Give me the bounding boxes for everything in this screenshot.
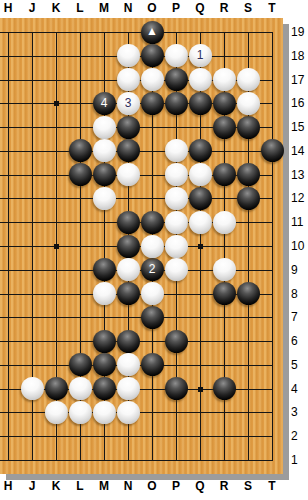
black-stone <box>93 258 116 281</box>
grid-horizontal-line <box>0 436 273 437</box>
column-label: T <box>268 0 275 16</box>
row-label: 12 <box>291 190 304 206</box>
white-stone <box>69 377 92 400</box>
row-label: 10 <box>291 238 304 254</box>
move-number-label: 1 <box>197 44 204 67</box>
black-stone <box>237 163 260 186</box>
black-stone <box>237 282 260 305</box>
black-stone <box>141 211 164 234</box>
white-stone <box>141 282 164 305</box>
white-stone: 3 <box>117 92 140 115</box>
column-label: K <box>52 0 61 16</box>
row-label: 14 <box>291 143 304 159</box>
row-label: 15 <box>291 119 304 135</box>
column-label: O <box>147 478 156 494</box>
black-stone <box>117 116 140 139</box>
black-stone <box>189 139 212 162</box>
row-label: 13 <box>291 167 304 183</box>
white-stone <box>189 211 212 234</box>
column-label: H <box>4 478 13 494</box>
row-label: 5 <box>291 357 298 373</box>
black-stone <box>141 92 164 115</box>
white-stone <box>117 258 140 281</box>
white-stone <box>165 187 188 210</box>
white-stone <box>237 68 260 91</box>
white-stone <box>117 353 140 376</box>
black-stone <box>237 116 260 139</box>
white-stone <box>21 377 44 400</box>
black-stone <box>261 139 284 162</box>
column-label: R <box>220 0 229 16</box>
black-stone <box>117 211 140 234</box>
white-stone <box>93 187 116 210</box>
black-stone <box>213 377 236 400</box>
star-point <box>54 101 59 106</box>
black-stone <box>117 139 140 162</box>
row-label: 2 <box>291 428 298 444</box>
white-stone <box>117 68 140 91</box>
column-label: H <box>4 0 13 16</box>
white-stone <box>213 258 236 281</box>
row-label: 16 <box>291 95 304 111</box>
black-stone: 4 <box>93 92 116 115</box>
column-label: L <box>76 478 83 494</box>
column-label: P <box>172 478 180 494</box>
black-stone <box>93 330 116 353</box>
white-stone <box>117 44 140 67</box>
white-stone <box>69 401 92 424</box>
white-stone <box>165 258 188 281</box>
white-stone <box>141 235 164 258</box>
white-stone <box>213 211 236 234</box>
white-stone <box>93 139 116 162</box>
row-label: 4 <box>291 381 298 397</box>
column-label: R <box>220 478 229 494</box>
column-label: S <box>244 478 252 494</box>
column-label: L <box>76 0 83 16</box>
black-stone <box>165 92 188 115</box>
grid-horizontal-line <box>0 460 273 461</box>
column-label: J <box>29 478 36 494</box>
black-stone <box>69 139 92 162</box>
white-stone <box>93 401 116 424</box>
black-stone <box>213 116 236 139</box>
white-stone <box>165 235 188 258</box>
white-stone <box>93 116 116 139</box>
white-stone <box>165 44 188 67</box>
row-label: 9 <box>291 262 298 278</box>
row-label: 11 <box>291 214 303 230</box>
white-stone <box>117 377 140 400</box>
black-stone <box>189 187 212 210</box>
row-label: 18 <box>291 48 304 64</box>
column-label: M <box>99 478 109 494</box>
black-stone <box>213 92 236 115</box>
black-stone <box>189 92 212 115</box>
column-label: O <box>147 0 156 16</box>
white-stone <box>117 401 140 424</box>
column-label: Q <box>195 0 204 16</box>
black-stone <box>141 306 164 329</box>
white-stone <box>165 139 188 162</box>
black-stone <box>237 187 260 210</box>
column-label: J <box>29 0 36 16</box>
column-label: K <box>52 478 61 494</box>
white-stone <box>189 68 212 91</box>
row-label: 8 <box>291 286 298 302</box>
black-stone: 2 <box>141 258 164 281</box>
star-point <box>54 244 59 249</box>
white-stone <box>45 401 68 424</box>
black-stone <box>117 330 140 353</box>
black-stone <box>213 163 236 186</box>
column-label: N <box>124 0 133 16</box>
black-stone <box>69 163 92 186</box>
white-stone <box>117 163 140 186</box>
black-stone <box>45 377 68 400</box>
column-label: Q <box>195 478 204 494</box>
star-point <box>198 244 203 249</box>
black-stone <box>165 68 188 91</box>
row-label: 3 <box>291 404 298 420</box>
black-stone <box>93 377 116 400</box>
black-stone <box>117 235 140 258</box>
row-label: 17 <box>291 72 304 88</box>
black-stone <box>117 282 140 305</box>
black-stone <box>141 353 164 376</box>
column-label: N <box>124 478 133 494</box>
black-stone <box>165 330 188 353</box>
row-label: 19 <box>291 24 304 40</box>
black-stone <box>141 44 164 67</box>
grid-horizontal-line <box>0 317 273 318</box>
white-stone: 1 <box>189 44 212 67</box>
white-stone <box>165 211 188 234</box>
black-stone <box>93 353 116 376</box>
white-stone <box>189 163 212 186</box>
black-stone <box>165 377 188 400</box>
column-label: S <box>244 0 252 16</box>
star-point <box>198 387 203 392</box>
go-board[interactable]: ▲4213 <box>0 18 283 474</box>
white-stone <box>237 92 260 115</box>
move-number-label: 2 <box>149 258 156 281</box>
black-stone <box>93 163 116 186</box>
white-stone <box>213 68 236 91</box>
white-stone <box>93 282 116 305</box>
white-stone <box>141 68 164 91</box>
black-stone <box>213 282 236 305</box>
column-label: T <box>268 478 275 494</box>
row-label: 7 <box>291 309 298 325</box>
row-label: 1 <box>291 452 298 468</box>
white-stone <box>165 163 188 186</box>
move-number-label: 4 <box>101 92 108 115</box>
row-label: 6 <box>291 333 298 349</box>
grid-horizontal-line <box>0 32 273 33</box>
move-number-label: 3 <box>125 92 132 115</box>
column-label: M <box>99 0 109 16</box>
black-stone <box>69 353 92 376</box>
grid-horizontal-line <box>0 198 273 199</box>
triangle-mark-icon: ▲ <box>146 20 158 43</box>
column-label: P <box>172 0 180 16</box>
black-stone: ▲ <box>141 21 164 44</box>
